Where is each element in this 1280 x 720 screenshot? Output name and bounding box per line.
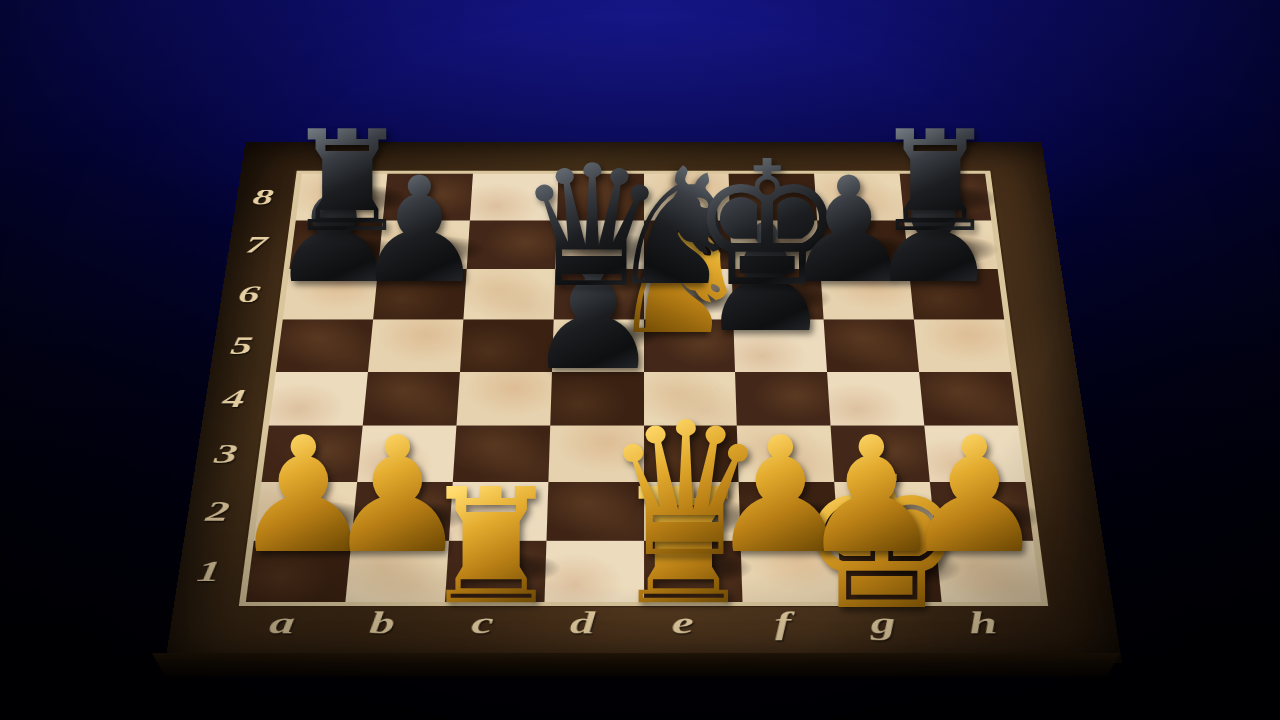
square-a5[interactable] [276,319,373,371]
rank-label-5: 5 [228,330,254,359]
black-rook-a8[interactable]: ♜ [284,113,409,252]
file-label-f: f [773,604,791,640]
board-front-edge [146,653,1126,677]
white-pawn-h2[interactable]: ♟ [903,416,1047,576]
file-label-a: a [267,604,296,640]
rank-label-6: 6 [236,279,261,307]
square-g5[interactable] [823,319,918,371]
square-h5[interactable] [913,319,1010,371]
file-label-b: b [368,604,396,640]
black-rook-h8[interactable]: ♜ [873,113,998,252]
white-pawn-b2[interactable]: ♟ [326,416,470,576]
rank-label-1: 1 [194,554,222,588]
file-label-d: d [569,604,595,640]
file-label-h: h [967,604,999,640]
square-b5[interactable] [367,319,462,371]
game-stage: 87654321 abcdefgh ♜♜♟♟♛♞♚♟♟♞♟♟♛♟♟♟♟♟♜♜♚ [0,0,1280,720]
rank-label-7: 7 [243,231,268,258]
rank-label-2: 2 [203,494,231,527]
